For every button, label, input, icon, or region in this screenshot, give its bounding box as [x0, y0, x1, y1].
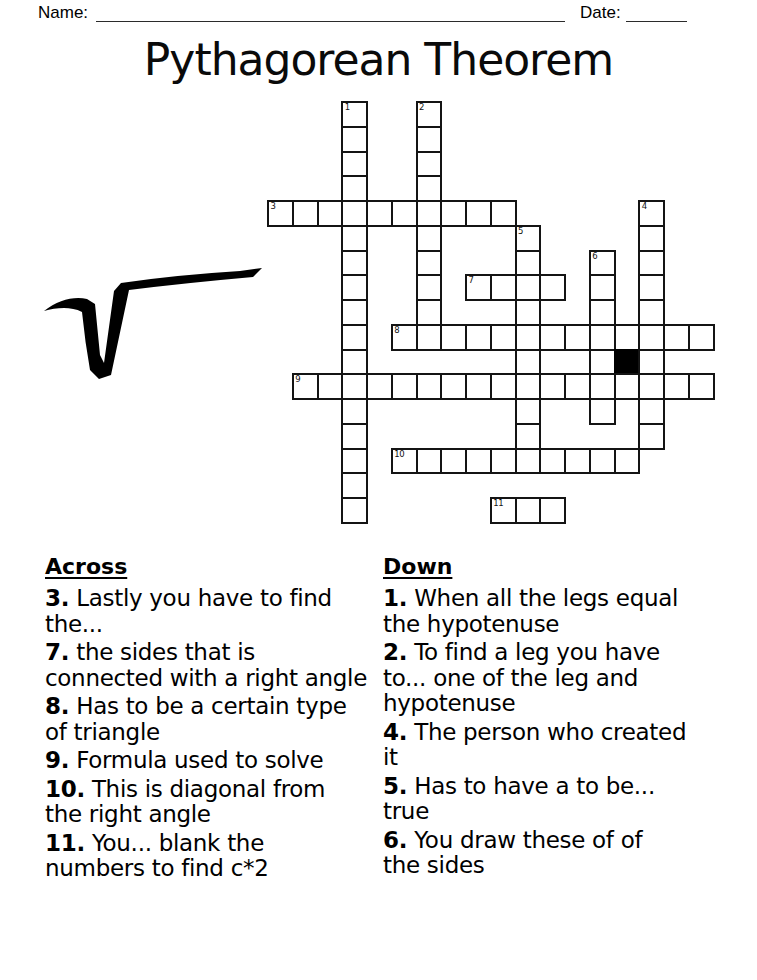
clue-number: 6 [592, 252, 597, 261]
crossword-cell[interactable] [416, 151, 443, 178]
crossword-cell[interactable] [317, 373, 344, 400]
crossword-cell[interactable] [539, 448, 566, 475]
crossword-cell[interactable] [465, 373, 492, 400]
clue-text: the sides that is connected with a right… [45, 639, 367, 691]
crossword-cell[interactable] [515, 373, 542, 400]
crossword-cell[interactable] [440, 448, 467, 475]
clue-number: 3 [271, 202, 276, 211]
crossword-cell[interactable] [341, 398, 368, 425]
clue-text: You draw these of of the sides [383, 827, 642, 879]
crossword-cell[interactable]: 9 [292, 373, 319, 400]
crossword-cell[interactable] [465, 200, 492, 227]
crossword-cell[interactable] [341, 448, 368, 475]
crossword-cell[interactable] [638, 274, 665, 301]
crossword-cell[interactable] [416, 299, 443, 326]
crossword-cell[interactable] [416, 250, 443, 277]
crossword-cell[interactable] [589, 299, 616, 326]
across-clue-10: 10. This is diagonal from the right angl… [45, 777, 397, 828]
clue-text: This is diagonal from the right angle [45, 776, 325, 828]
crossword-cell[interactable] [341, 497, 368, 524]
crossword-cell[interactable] [391, 200, 418, 227]
down-clue-2: 2. To find a leg you have to... one of t… [383, 640, 735, 717]
clue-num-label: 4. [383, 719, 407, 745]
crossword-cell[interactable] [341, 324, 368, 351]
crossword-cell[interactable] [341, 175, 368, 202]
clue-text: To find a leg you have to... one of the … [383, 639, 660, 716]
crossword-cell[interactable] [465, 324, 492, 351]
clue-num-label: 5. [383, 773, 407, 799]
crossword-cell[interactable] [440, 200, 467, 227]
across-clue-3: 3. Lastly you have to find the... [45, 586, 397, 637]
blocked-cell [614, 349, 641, 376]
down-clue-1: 1. When all the legs equal the hypotenus… [383, 586, 735, 637]
crossword-cell[interactable] [515, 497, 542, 524]
crossword-cell[interactable] [515, 324, 542, 351]
crossword-cell[interactable] [366, 200, 393, 227]
crossword-cell[interactable] [440, 373, 467, 400]
down-clue-5: 5. Has to have a to be... true [383, 774, 735, 825]
crossword-cell[interactable]: 5 [515, 225, 542, 252]
across-clues-column: Across 3. Lastly you have to find the...… [45, 554, 397, 885]
crossword-cell[interactable] [515, 398, 542, 425]
crossword-cell[interactable] [663, 324, 690, 351]
crossword-cell[interactable] [416, 448, 443, 475]
crossword-cell[interactable] [515, 250, 542, 277]
clue-number: 10 [394, 450, 404, 459]
crossword-cell[interactable]: 1 [341, 101, 368, 128]
crossword-cell[interactable] [638, 250, 665, 277]
clue-num-label: 7. [45, 639, 69, 665]
clue-number: 1 [345, 103, 350, 112]
crossword-cell[interactable]: 10 [391, 448, 418, 475]
crossword-cell[interactable] [638, 299, 665, 326]
clue-num-label: 1. [383, 585, 407, 611]
crossword-cell[interactable] [341, 225, 368, 252]
crossword-cell[interactable] [614, 448, 641, 475]
clue-num-label: 11. [45, 830, 85, 856]
clue-number: 2 [419, 103, 424, 112]
crossword-cell[interactable] [416, 324, 443, 351]
crossword-cell[interactable] [564, 324, 591, 351]
clue-number: 9 [295, 375, 300, 384]
crossword-cell[interactable] [341, 126, 368, 153]
crossword-cell[interactable] [490, 373, 517, 400]
clue-text: The person who created it [383, 719, 686, 771]
crossword-cell[interactable] [515, 423, 542, 450]
crossword-cell[interactable] [292, 200, 319, 227]
crossword-cell[interactable] [638, 349, 665, 376]
crossword-cell[interactable]: 2 [416, 101, 443, 128]
crossword-cell[interactable] [416, 126, 443, 153]
crossword-cell[interactable] [416, 200, 443, 227]
crossword-cell[interactable] [539, 373, 566, 400]
crossword-cell[interactable] [490, 324, 517, 351]
crossword-cell[interactable] [465, 448, 492, 475]
crossword-cell[interactable] [416, 225, 443, 252]
crossword-cell[interactable] [341, 151, 368, 178]
crossword-cell[interactable] [539, 497, 566, 524]
crossword-cell[interactable] [589, 324, 616, 351]
crossword-cell[interactable] [539, 274, 566, 301]
crossword-cell[interactable] [589, 398, 616, 425]
crossword-cell[interactable] [515, 349, 542, 376]
crossword-cell[interactable] [638, 324, 665, 351]
crossword-cell[interactable] [490, 274, 517, 301]
crossword-cell[interactable] [341, 472, 368, 499]
crossword-cell[interactable]: 3 [267, 200, 294, 227]
clue-num-label: 9. [45, 747, 69, 773]
crossword-cell[interactable] [341, 200, 368, 227]
crossword-cell[interactable] [366, 373, 393, 400]
crossword-cell[interactable] [589, 373, 616, 400]
down-clue-4: 4. The person who created it [383, 720, 735, 771]
across-clue-11: 11. You... blank the numbers to find c*2 [45, 831, 397, 882]
crossword-cell[interactable]: 6 [589, 250, 616, 277]
crossword-cell[interactable] [416, 274, 443, 301]
crossword-cell[interactable] [341, 250, 368, 277]
clue-number: 5 [518, 227, 523, 236]
crossword-cell[interactable] [341, 274, 368, 301]
crossword-cell[interactable] [638, 398, 665, 425]
crossword-cell[interactable] [539, 324, 566, 351]
crossword-cell[interactable] [614, 324, 641, 351]
crossword-cell[interactable]: 8 [391, 324, 418, 351]
clue-text: When all the legs equal the hypotenuse [383, 585, 678, 637]
clue-text: Has to have a to be... true [383, 773, 655, 825]
crossword-cell[interactable] [341, 373, 368, 400]
crossword-cell[interactable] [341, 423, 368, 450]
crossword-cell[interactable] [589, 448, 616, 475]
crossword-cell[interactable] [391, 373, 418, 400]
crossword-cell[interactable] [688, 373, 715, 400]
crossword-cell[interactable] [515, 448, 542, 475]
clue-text: Has to be a certain type of triangle [45, 693, 347, 745]
crossword-cell[interactable] [638, 225, 665, 252]
down-clue-list: 1. When all the legs equal the hypotenus… [383, 586, 735, 879]
clue-number: 4 [642, 202, 647, 211]
crossword-cell[interactable] [564, 448, 591, 475]
clue-number: 7 [469, 276, 474, 285]
crossword-cell[interactable]: 4 [638, 200, 665, 227]
across-clue-8: 8. Has to be a certain type of triangle [45, 694, 397, 745]
crossword-cell[interactable] [688, 324, 715, 351]
clue-num-label: 8. [45, 693, 69, 719]
crossword-cell[interactable] [638, 423, 665, 450]
crossword-cell[interactable] [440, 324, 467, 351]
across-clue-list: 3. Lastly you have to find the...7. the … [45, 586, 397, 882]
clue-num-label: 10. [45, 776, 85, 802]
crossword-cell[interactable] [341, 349, 368, 376]
crossword-cell[interactable] [638, 373, 665, 400]
clue-text: Formula used to solve [76, 747, 323, 773]
across-heading: Across [45, 554, 397, 580]
crossword-cell[interactable] [317, 200, 344, 227]
crossword-cell[interactable] [490, 448, 517, 475]
crossword-grid: 1234567891011 [267, 101, 713, 522]
crossword-cell[interactable] [564, 373, 591, 400]
clue-num-label: 3. [45, 585, 69, 611]
clue-num-label: 2. [383, 639, 407, 665]
clue-number: 11 [493, 499, 503, 508]
down-clue-6: 6. You draw these of of the sides [383, 828, 735, 879]
clue-text: Lastly you have to find the... [45, 585, 332, 637]
down-clues-column: Down 1. When all the legs equal the hypo… [383, 554, 735, 882]
crossword-cell[interactable] [663, 373, 690, 400]
crossword-cell[interactable] [416, 373, 443, 400]
crossword-cell[interactable] [515, 299, 542, 326]
clue-number: 8 [394, 326, 399, 335]
crossword-cell[interactable] [341, 299, 368, 326]
crossword-cell[interactable] [589, 274, 616, 301]
crossword-cell[interactable]: 7 [465, 274, 492, 301]
down-heading: Down [383, 554, 735, 580]
crossword-cell[interactable] [515, 274, 542, 301]
across-clue-7: 7. the sides that is connected with a ri… [45, 640, 397, 691]
crossword-cell[interactable] [614, 373, 641, 400]
crossword-cell[interactable] [490, 200, 517, 227]
crossword-cell[interactable] [416, 175, 443, 202]
across-clue-9: 9. Formula used to solve [45, 748, 397, 774]
clue-num-label: 6. [383, 827, 407, 853]
crossword-cell[interactable] [589, 349, 616, 376]
crossword-cell[interactable]: 11 [490, 497, 517, 524]
